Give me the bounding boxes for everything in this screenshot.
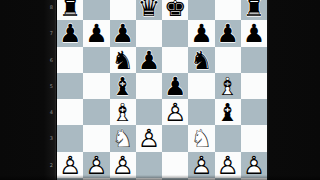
black-king-icon: ♚ [162,0,188,20]
right-black-bar [266,0,320,180]
white-rook-piece: ♜♖ [57,178,83,180]
square-c5[interactable]: ♝ [110,73,136,99]
white-pawn-icon: ♟ [215,152,241,178]
black-bishop-icon: ♝ [215,99,241,125]
square-c3[interactable]: ♞♘ [110,125,136,151]
rank-label-5: 5 [40,83,53,89]
rank-label-2: 2 [40,162,53,168]
black-king-piece: ♚ [162,0,188,20]
white-pawn-piece: ♟♙ [136,125,162,151]
square-h8[interactable]: ♜ [241,0,267,20]
square-h7[interactable]: ♟ [241,20,267,46]
black-pawn-piece: ♟ [241,20,267,46]
white-pawn-outline-icon: ♙ [241,152,267,178]
square-h2[interactable]: ♟♙ [241,152,267,178]
black-bishop-icon: ♝ [110,73,136,99]
square-g4[interactable]: ♝ [215,99,241,125]
square-d1[interactable]: ♛♕ [136,178,162,180]
square-g3[interactable] [215,125,241,151]
black-queen-piece: ♛ [136,0,162,20]
square-d7[interactable] [136,20,162,46]
square-c4[interactable]: ♝♗ [110,99,136,125]
square-g2[interactable]: ♟♙ [215,152,241,178]
black-rook-piece: ♜ [57,0,83,20]
black-pawn-icon: ♟ [188,20,214,46]
white-rook-icon: ♜ [241,178,267,180]
square-g7[interactable]: ♟ [215,20,241,46]
white-rook-piece: ♜♖ [241,178,267,180]
white-knight-icon: ♞ [188,125,214,151]
black-rook-icon: ♜ [57,0,83,20]
square-b2[interactable]: ♟♙ [83,152,109,178]
square-f7[interactable]: ♟ [188,20,214,46]
white-pawn-icon: ♟ [83,152,109,178]
square-f8[interactable] [188,0,214,20]
white-queen-piece: ♛♕ [136,178,162,180]
square-g5[interactable]: ♝♗ [215,73,241,99]
square-c8[interactable] [110,0,136,20]
square-c7[interactable]: ♟ [110,20,136,46]
square-e7[interactable] [162,20,188,46]
white-pawn-outline-icon: ♙ [215,152,241,178]
black-pawn-piece: ♟ [136,47,162,73]
square-e5[interactable]: ♟ [162,73,188,99]
square-b3[interactable] [83,125,109,151]
white-pawn-icon: ♟ [136,125,162,151]
white-knight-outline-icon: ♘ [188,125,214,151]
white-pawn-outline-icon: ♙ [136,125,162,151]
white-bishop-outline-icon: ♗ [110,99,136,125]
square-b1[interactable] [83,178,109,180]
square-a7[interactable]: ♟ [57,20,83,46]
white-bishop-icon: ♝ [110,99,136,125]
white-king-outline-icon: ♔ [162,178,188,180]
square-c1[interactable] [110,178,136,180]
square-a6[interactable] [57,47,83,73]
square-g6[interactable] [215,47,241,73]
square-f5[interactable] [188,73,214,99]
white-pawn-outline-icon: ♙ [162,99,188,125]
square-a2[interactable]: ♟♙ [57,152,83,178]
rank-label-3: 3 [40,135,53,141]
black-rook-icon: ♜ [241,0,267,20]
white-pawn-piece: ♟♙ [110,152,136,178]
white-king-icon: ♚ [162,178,188,180]
black-pawn-piece: ♟ [83,20,109,46]
square-f3[interactable]: ♞♘ [188,125,214,151]
white-rook-outline-icon: ♖ [57,178,83,180]
black-pawn-icon: ♟ [215,20,241,46]
square-a8[interactable]: ♜ [57,0,83,20]
white-knight-piece: ♞♘ [188,125,214,151]
square-b6[interactable] [83,47,109,73]
white-pawn-piece: ♟♙ [188,152,214,178]
white-pawn-piece: ♟♙ [57,152,83,178]
white-queen-outline-icon: ♕ [136,178,162,180]
square-a1[interactable]: ♜♖ [57,178,83,180]
black-pawn-piece: ♟ [57,20,83,46]
black-queen-icon: ♛ [136,0,162,20]
square-g1[interactable] [215,178,241,180]
square-e6[interactable] [162,47,188,73]
white-pawn-outline-icon: ♙ [57,152,83,178]
square-d2[interactable] [136,152,162,178]
square-h1[interactable]: ♜♖ [241,178,267,180]
black-pawn-icon: ♟ [136,47,162,73]
square-d3[interactable]: ♟♙ [136,125,162,151]
white-rook-icon: ♜ [57,178,83,180]
square-a3[interactable] [57,125,83,151]
square-g8[interactable] [215,0,241,20]
square-d5[interactable] [136,73,162,99]
square-h4[interactable] [241,99,267,125]
white-bishop-outline-icon: ♗ [215,73,241,99]
square-f2[interactable]: ♟♙ [188,152,214,178]
black-knight-icon: ♞ [110,47,136,73]
square-b7[interactable]: ♟ [83,20,109,46]
white-pawn-piece: ♟♙ [215,152,241,178]
white-pawn-piece: ♟♙ [83,152,109,178]
white-pawn-icon: ♟ [188,152,214,178]
white-pawn-icon: ♟ [57,152,83,178]
black-pawn-icon: ♟ [162,73,188,99]
square-b5[interactable] [83,73,109,99]
white-pawn-piece: ♟♙ [162,99,188,125]
black-pawn-piece: ♟ [162,73,188,99]
square-f4[interactable] [188,99,214,125]
white-pawn-outline-icon: ♙ [110,152,136,178]
square-b4[interactable] [83,99,109,125]
black-knight-piece: ♞ [110,47,136,73]
black-pawn-piece: ♟ [110,20,136,46]
black-pawn-piece: ♟ [188,20,214,46]
white-king-piece: ♚♔ [162,178,188,180]
square-c6[interactable]: ♞ [110,47,136,73]
chess-board: ♜♛♚♜♟♟♟♟♟♟♞♟♞♝♟♝♗♝♗♟♙♝♞♘♟♙♞♘♟♙♟♙♟♙♟♙♟♙♟♙… [56,0,267,180]
white-knight-icon: ♞ [110,125,136,151]
square-f6[interactable]: ♞ [188,47,214,73]
white-bishop-piece: ♝♗ [215,73,241,99]
left-black-bar [0,0,56,180]
white-pawn-icon: ♟ [241,152,267,178]
white-pawn-piece: ♟♙ [241,152,267,178]
square-d8[interactable]: ♛ [136,0,162,20]
square-h5[interactable] [241,73,267,99]
square-a5[interactable] [57,73,83,99]
square-e3[interactable] [162,125,188,151]
square-e1[interactable]: ♚♔ [162,178,188,180]
white-pawn-outline-icon: ♙ [83,152,109,178]
square-a4[interactable] [57,99,83,125]
white-bishop-icon: ♝ [215,73,241,99]
rank-label-8: 8 [40,4,53,10]
square-e2[interactable] [162,152,188,178]
square-c2[interactable]: ♟♙ [110,152,136,178]
white-knight-piece: ♞♘ [110,125,136,151]
square-f1[interactable] [188,178,214,180]
rank-label-6: 6 [40,57,53,63]
square-h6[interactable] [241,47,267,73]
square-e4[interactable]: ♟♙ [162,99,188,125]
rank-label-7: 7 [40,30,53,36]
square-b8[interactable] [83,0,109,20]
black-rook-piece: ♜ [241,0,267,20]
black-pawn-icon: ♟ [57,20,83,46]
white-queen-icon: ♛ [136,178,162,180]
black-pawn-piece: ♟ [215,20,241,46]
rank-label-4: 4 [40,109,53,115]
black-pawn-icon: ♟ [83,20,109,46]
black-knight-icon: ♞ [188,47,214,73]
black-bishop-piece: ♝ [215,99,241,125]
white-pawn-icon: ♟ [110,152,136,178]
white-pawn-outline-icon: ♙ [188,152,214,178]
black-pawn-icon: ♟ [110,20,136,46]
video-frame: ♜♛♚♜♟♟♟♟♟♟♞♟♞♝♟♝♗♝♗♟♙♝♞♘♟♙♞♘♟♙♟♙♟♙♟♙♟♙♟♙… [0,0,320,180]
white-rook-outline-icon: ♖ [241,178,267,180]
square-d4[interactable] [136,99,162,125]
square-h3[interactable] [241,125,267,151]
white-knight-outline-icon: ♘ [110,125,136,151]
black-pawn-icon: ♟ [241,20,267,46]
square-d6[interactable]: ♟ [136,47,162,73]
black-bishop-piece: ♝ [110,73,136,99]
white-bishop-piece: ♝♗ [110,99,136,125]
black-knight-piece: ♞ [188,47,214,73]
square-e8[interactable]: ♚ [162,0,188,20]
white-pawn-icon: ♟ [162,99,188,125]
